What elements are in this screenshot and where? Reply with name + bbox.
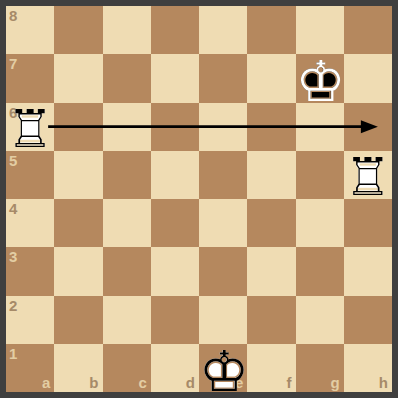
square-h2[interactable] bbox=[344, 296, 392, 344]
square-c8[interactable] bbox=[103, 6, 151, 54]
square-e6[interactable] bbox=[199, 103, 247, 151]
file-label-h: h bbox=[379, 375, 388, 390]
file-label-d: d bbox=[186, 375, 195, 390]
square-c1[interactable]: c bbox=[103, 344, 151, 392]
white-king-outline-icon: ♔ bbox=[199, 344, 249, 398]
square-h8[interactable] bbox=[344, 6, 392, 54]
square-e8[interactable] bbox=[199, 6, 247, 54]
square-b7[interactable] bbox=[54, 54, 102, 102]
square-g7[interactable]: ♚♔ bbox=[296, 54, 344, 102]
square-b5[interactable] bbox=[54, 151, 102, 199]
piece-white-rook-h5[interactable]: ♜♖ bbox=[344, 151, 392, 199]
square-b4[interactable] bbox=[54, 199, 102, 247]
square-g8[interactable] bbox=[296, 6, 344, 54]
square-f5[interactable] bbox=[247, 151, 295, 199]
square-g3[interactable] bbox=[296, 247, 344, 295]
square-d2[interactable] bbox=[151, 296, 199, 344]
rank-label-3: 3 bbox=[9, 249, 17, 264]
square-a3[interactable]: 3 bbox=[6, 247, 54, 295]
square-h1[interactable]: h bbox=[344, 344, 392, 392]
rank-label-4: 4 bbox=[9, 201, 17, 216]
square-h5[interactable]: ♜♖ bbox=[344, 151, 392, 199]
square-a1[interactable]: 1a bbox=[6, 344, 54, 392]
rank-label-7: 7 bbox=[9, 56, 17, 71]
square-b8[interactable] bbox=[54, 6, 102, 54]
white-rook-outline-icon: ♖ bbox=[345, 151, 392, 203]
square-a2[interactable]: 2 bbox=[6, 296, 54, 344]
square-a4[interactable]: 4 bbox=[6, 199, 54, 247]
square-c7[interactable] bbox=[103, 54, 151, 102]
square-g4[interactable] bbox=[296, 199, 344, 247]
square-e5[interactable] bbox=[199, 151, 247, 199]
square-f8[interactable] bbox=[247, 6, 295, 54]
square-h7[interactable] bbox=[344, 54, 392, 102]
square-a6[interactable]: 6♜♖ bbox=[6, 103, 54, 151]
square-b3[interactable] bbox=[54, 247, 102, 295]
piece-black-king-g7[interactable]: ♚♔ bbox=[296, 54, 344, 102]
square-c4[interactable] bbox=[103, 199, 151, 247]
square-f1[interactable]: f bbox=[247, 344, 295, 392]
square-e2[interactable] bbox=[199, 296, 247, 344]
square-e4[interactable] bbox=[199, 199, 247, 247]
square-e1[interactable]: e♚♔ bbox=[199, 344, 247, 392]
file-label-f: f bbox=[287, 375, 292, 390]
square-d3[interactable] bbox=[151, 247, 199, 295]
square-b6[interactable] bbox=[54, 103, 102, 151]
square-d7[interactable] bbox=[151, 54, 199, 102]
piece-white-king-e1[interactable]: ♚♔ bbox=[199, 344, 247, 392]
square-b2[interactable] bbox=[54, 296, 102, 344]
square-e7[interactable] bbox=[199, 54, 247, 102]
square-c5[interactable] bbox=[103, 151, 151, 199]
square-a8[interactable]: 8 bbox=[6, 6, 54, 54]
file-label-a: a bbox=[42, 375, 50, 390]
square-d8[interactable] bbox=[151, 6, 199, 54]
file-label-b: b bbox=[89, 375, 98, 390]
square-f6[interactable] bbox=[247, 103, 295, 151]
white-rook-outline-icon: ♖ bbox=[7, 103, 54, 155]
square-c6[interactable] bbox=[103, 103, 151, 151]
square-b1[interactable]: b bbox=[54, 344, 102, 392]
square-d6[interactable] bbox=[151, 103, 199, 151]
square-g5[interactable] bbox=[296, 151, 344, 199]
square-d5[interactable] bbox=[151, 151, 199, 199]
chess-board-frame: 87♚♔6♜♖5♜♖4321abcde♚♔fgh bbox=[0, 0, 398, 398]
square-f4[interactable] bbox=[247, 199, 295, 247]
square-f2[interactable] bbox=[247, 296, 295, 344]
square-f3[interactable] bbox=[247, 247, 295, 295]
square-h3[interactable] bbox=[344, 247, 392, 295]
square-c2[interactable] bbox=[103, 296, 151, 344]
piece-white-rook-a6[interactable]: ♜♖ bbox=[6, 103, 54, 151]
square-g2[interactable] bbox=[296, 296, 344, 344]
square-h6[interactable] bbox=[344, 103, 392, 151]
square-f7[interactable] bbox=[247, 54, 295, 102]
square-c3[interactable] bbox=[103, 247, 151, 295]
file-label-g: g bbox=[331, 375, 340, 390]
square-e3[interactable] bbox=[199, 247, 247, 295]
black-king-outline-icon: ♔ bbox=[296, 54, 346, 110]
square-a7[interactable]: 7 bbox=[6, 54, 54, 102]
square-d4[interactable] bbox=[151, 199, 199, 247]
square-d1[interactable]: d bbox=[151, 344, 199, 392]
square-g1[interactable]: g bbox=[296, 344, 344, 392]
rank-label-2: 2 bbox=[9, 298, 17, 313]
rank-label-8: 8 bbox=[9, 8, 17, 23]
chess-board: 87♚♔6♜♖5♜♖4321abcde♚♔fgh bbox=[6, 6, 392, 392]
file-label-c: c bbox=[138, 375, 146, 390]
rank-label-1: 1 bbox=[9, 346, 17, 361]
